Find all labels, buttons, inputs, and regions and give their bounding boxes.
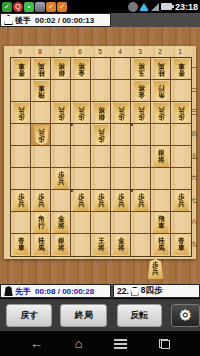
board-square[interactable] [131, 168, 151, 190]
board-square[interactable] [171, 124, 191, 146]
gote-player-bar: 後手 00:02 / 00:00:13 [0, 13, 200, 27]
board-square[interactable] [31, 146, 51, 168]
board-square[interactable] [111, 58, 131, 80]
back-icon[interactable]: ← [30, 337, 43, 350]
board-square[interactable] [71, 124, 91, 146]
gote-piece-icon [4, 15, 13, 25]
gear-icon: ⚙ [179, 307, 192, 323]
board-square[interactable] [171, 146, 191, 168]
board-square[interactable] [11, 212, 31, 234]
board-square[interactable] [131, 146, 151, 168]
file-label: 8 [30, 46, 50, 57]
file-label: 5 [90, 46, 110, 57]
board-square[interactable] [91, 80, 111, 102]
board-square[interactable] [11, 146, 31, 168]
sente-piece-icon [4, 286, 13, 296]
chat-icon: • [24, 2, 34, 12]
board-square[interactable] [111, 212, 131, 234]
gote-piece-icon [131, 287, 139, 296]
sente-label: 先手 [15, 286, 31, 297]
board-square[interactable] [131, 212, 151, 234]
move-text: 8四歩 [141, 285, 163, 297]
board-square[interactable] [51, 146, 71, 168]
battery-icon [161, 3, 172, 10]
board-square[interactable] [151, 190, 171, 212]
end-game-button[interactable]: 終局 [60, 304, 106, 327]
board-square[interactable] [131, 124, 151, 146]
shogi-board-area: 987654321 一二三四五六七八九 香車桂馬銀将金将玉将桂馬香車飛車金将角行… [0, 27, 200, 284]
undo-button[interactable]: 戻す [6, 304, 52, 327]
board-square[interactable] [111, 168, 131, 190]
board-square[interactable] [91, 168, 111, 190]
android-nav-bar: ← ⌂ [0, 331, 200, 356]
sente-captured-tray[interactable]: 歩兵 [147, 259, 164, 279]
board-square[interactable] [171, 80, 191, 102]
android-status-bar: ✓ Q • ✓ ✓ 23:18 [0, 0, 200, 13]
board-square[interactable] [91, 146, 111, 168]
board-square[interactable] [171, 168, 191, 190]
file-label: 9 [10, 46, 30, 57]
star-point [130, 123, 133, 126]
clock: 23:18 [175, 2, 198, 12]
file-label: 3 [130, 46, 150, 57]
board-square[interactable] [71, 146, 91, 168]
gote-label: 後手 [15, 15, 31, 26]
board-square[interactable] [91, 58, 111, 80]
star-point [70, 123, 73, 126]
sente-player-bar: 先手 00:08 / 00:00:28 22. 8四歩 [0, 284, 200, 298]
file-coordinates: 987654321 [10, 46, 190, 57]
sente-clock: 00:08 / 00:00:28 [35, 287, 94, 296]
signal-icon [151, 3, 159, 11]
recent-apps-icon[interactable] [159, 339, 170, 349]
download-done-icon: ✓ [57, 2, 67, 12]
settings-button[interactable]: ⚙ [171, 304, 200, 327]
file-label: 1 [170, 46, 190, 57]
file-label: 2 [150, 46, 170, 57]
board-square[interactable] [31, 168, 51, 190]
file-label: 7 [50, 46, 70, 57]
board-square[interactable] [71, 234, 91, 256]
menu-icon[interactable] [114, 339, 127, 349]
board-square[interactable] [171, 212, 191, 234]
file-label: 6 [70, 46, 90, 57]
star-point [70, 189, 73, 192]
board-square[interactable] [91, 212, 111, 234]
flip-board-button[interactable]: 反転 [117, 304, 162, 327]
board-square[interactable] [71, 80, 91, 102]
board-square[interactable] [51, 80, 71, 102]
board-square[interactable] [51, 190, 71, 212]
gote-clock: 00:02 / 00:00:13 [35, 16, 94, 25]
wifi-icon [139, 3, 149, 11]
download-done-icon: ✓ [46, 2, 56, 12]
board-square[interactable] [71, 212, 91, 234]
control-bar: 戻す 終局 反転 ⚙ [0, 299, 200, 331]
board-square[interactable] [111, 146, 131, 168]
move-number: 22. [117, 286, 129, 296]
shogi-board: 987654321 一二三四五六七八九 香車桂馬銀将金将玉将桂馬香車飛車金将角行… [4, 46, 196, 259]
gallery-icon [35, 2, 45, 12]
board-square[interactable] [11, 80, 31, 102]
home-icon[interactable]: ⌂ [75, 337, 83, 350]
shogi-piece-歩兵[interactable]: 歩兵 [147, 259, 164, 279]
board-square[interactable] [11, 124, 31, 146]
board-square[interactable] [51, 124, 71, 146]
board-square[interactable] [11, 168, 31, 190]
board-square[interactable] [151, 124, 171, 146]
board-grid[interactable]: 香車桂馬銀将金将玉将桂馬香車飛車金将角行歩兵歩兵歩兵銀将歩兵歩兵歩兵歩兵歩兵歩兵… [10, 57, 192, 257]
board-square[interactable] [131, 234, 151, 256]
check-icon: ✓ [2, 2, 12, 12]
last-move-display: 22. 8四歩 [113, 284, 200, 298]
board-square[interactable] [111, 80, 131, 102]
star-point [130, 189, 133, 192]
board-square[interactable] [111, 124, 131, 146]
board-square[interactable] [151, 168, 171, 190]
file-label: 4 [110, 46, 130, 57]
alert-icon: Q [13, 2, 23, 12]
board-square[interactable] [71, 168, 91, 190]
voice-icon [128, 2, 138, 12]
board-square[interactable] [31, 102, 51, 124]
